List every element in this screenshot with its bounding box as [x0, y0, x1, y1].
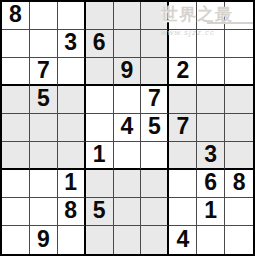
given-digit: 9 — [37, 228, 50, 251]
cell-r1c1[interactable]: 8 — [2, 2, 30, 30]
given-digit: 3 — [64, 31, 77, 54]
cell-r2c9[interactable] — [225, 30, 253, 58]
cell-r9c3[interactable] — [58, 226, 86, 254]
cell-r8c8[interactable]: 1 — [197, 198, 225, 226]
cell-r7c8[interactable]: 6 — [197, 170, 225, 198]
given-digit: 8 — [9, 3, 22, 26]
cell-r1c8[interactable] — [197, 2, 225, 30]
cell-r8c2[interactable] — [30, 198, 58, 226]
cell-r6c3[interactable] — [58, 142, 86, 170]
cell-r3c4[interactable] — [86, 58, 114, 86]
cell-r3c7[interactable]: 2 — [169, 58, 197, 86]
given-digit: 4 — [176, 228, 189, 251]
cell-r2c6[interactable] — [141, 30, 169, 58]
cell-r4c7[interactable] — [169, 86, 197, 114]
cell-r1c2[interactable] — [30, 2, 58, 30]
cell-r4c3[interactable] — [58, 86, 86, 114]
cell-r6c2[interactable] — [30, 142, 58, 170]
given-digit: 8 — [64, 199, 77, 222]
cell-r8c9[interactable] — [225, 198, 253, 226]
cell-r4c4[interactable] — [86, 86, 114, 114]
given-digit: 1 — [204, 199, 217, 222]
cell-r3c1[interactable] — [2, 58, 30, 86]
cell-r9c7[interactable]: 4 — [169, 226, 197, 254]
given-digit: 7 — [37, 59, 50, 82]
cell-r3c5[interactable]: 9 — [114, 58, 142, 86]
cell-r7c5[interactable] — [114, 170, 142, 198]
sudoku-board: 836792574571316885194 — [0, 0, 255, 256]
given-digit: 7 — [176, 115, 189, 138]
cell-r1c6[interactable] — [141, 2, 169, 30]
cell-r7c2[interactable] — [30, 170, 58, 198]
given-digit: 6 — [93, 31, 106, 54]
cell-r4c1[interactable] — [2, 86, 30, 114]
given-digit: 1 — [64, 171, 77, 194]
cell-r9c6[interactable] — [141, 226, 169, 254]
cell-r9c4[interactable] — [86, 226, 114, 254]
cell-r8c5[interactable] — [114, 198, 142, 226]
given-digit: 7 — [148, 87, 161, 110]
cell-r1c9[interactable] — [225, 2, 253, 30]
sudoku-page: 836792574571316885194 世界之最 www.sjzz.cc — [0, 0, 255, 256]
cell-r7c1[interactable] — [2, 170, 30, 198]
given-digit: 2 — [176, 59, 189, 82]
cell-r3c8[interactable] — [197, 58, 225, 86]
cell-r7c9[interactable]: 8 — [225, 170, 253, 198]
cell-r2c2[interactable] — [30, 30, 58, 58]
cell-r5c2[interactable] — [30, 114, 58, 142]
cell-r7c7[interactable] — [169, 170, 197, 198]
cell-r6c4[interactable]: 1 — [86, 142, 114, 170]
cell-r3c6[interactable] — [141, 58, 169, 86]
cell-r6c8[interactable]: 3 — [197, 142, 225, 170]
cell-r2c8[interactable] — [197, 30, 225, 58]
cell-r7c6[interactable] — [141, 170, 169, 198]
cell-r8c1[interactable] — [2, 198, 30, 226]
cell-r9c5[interactable] — [114, 226, 142, 254]
cell-r8c3[interactable]: 8 — [58, 198, 86, 226]
cell-r4c6[interactable]: 7 — [141, 86, 169, 114]
given-digit: 5 — [148, 115, 161, 138]
cell-r1c5[interactable] — [114, 2, 142, 30]
cell-r5c6[interactable]: 5 — [141, 114, 169, 142]
cell-r2c1[interactable] — [2, 30, 30, 58]
cell-r5c5[interactable]: 4 — [114, 114, 142, 142]
given-digit: 5 — [37, 87, 50, 110]
cell-r4c5[interactable] — [114, 86, 142, 114]
cell-r5c9[interactable] — [225, 114, 253, 142]
cell-r5c7[interactable]: 7 — [169, 114, 197, 142]
cell-r6c6[interactable] — [141, 142, 169, 170]
cell-r7c3[interactable]: 1 — [58, 170, 86, 198]
given-digit: 3 — [204, 143, 217, 166]
cell-r1c3[interactable] — [58, 2, 86, 30]
cell-r4c9[interactable] — [225, 86, 253, 114]
given-digit: 6 — [204, 171, 217, 194]
given-digit: 5 — [93, 199, 106, 222]
cell-r2c4[interactable]: 6 — [86, 30, 114, 58]
cell-r8c6[interactable] — [141, 198, 169, 226]
cell-r8c7[interactable] — [169, 198, 197, 226]
cell-r1c4[interactable] — [86, 2, 114, 30]
cell-r3c3[interactable] — [58, 58, 86, 86]
cell-r9c2[interactable]: 9 — [30, 226, 58, 254]
cell-r2c3[interactable]: 3 — [58, 30, 86, 58]
cell-r8c4[interactable]: 5 — [86, 198, 114, 226]
cell-r3c9[interactable] — [225, 58, 253, 86]
cell-r4c8[interactable] — [197, 86, 225, 114]
cell-r2c5[interactable] — [114, 30, 142, 58]
cell-r6c7[interactable] — [169, 142, 197, 170]
cell-r2c7[interactable] — [169, 30, 197, 58]
given-digit: 1 — [93, 143, 106, 166]
cell-r1c7[interactable] — [169, 2, 197, 30]
cell-r6c1[interactable] — [2, 142, 30, 170]
cell-r5c4[interactable] — [86, 114, 114, 142]
cell-r4c2[interactable]: 5 — [30, 86, 58, 114]
cell-r6c9[interactable] — [225, 142, 253, 170]
given-digit: 4 — [121, 115, 134, 138]
cell-r9c1[interactable] — [2, 226, 30, 254]
cell-r9c9[interactable] — [225, 226, 253, 254]
cell-r3c2[interactable]: 7 — [30, 58, 58, 86]
given-digit: 9 — [121, 59, 134, 82]
given-digit: 8 — [233, 171, 246, 194]
cell-r9c8[interactable] — [197, 226, 225, 254]
cell-r5c8[interactable] — [197, 114, 225, 142]
cell-r6c5[interactable] — [114, 142, 142, 170]
cell-r5c3[interactable] — [58, 114, 86, 142]
cell-r5c1[interactable] — [2, 114, 30, 142]
cell-r7c4[interactable] — [86, 170, 114, 198]
